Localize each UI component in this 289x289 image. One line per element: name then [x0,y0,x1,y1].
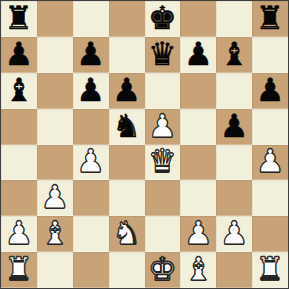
piece-black-king[interactable]: ♚ [148,2,177,34]
square-g3[interactable] [216,180,252,216]
piece-white-bishop[interactable]: ♝ [40,217,69,249]
piece-white-knight[interactable]: ♞ [112,217,141,249]
square-b7[interactable] [37,37,73,73]
chess-board: ♜♚♜♟♟♛♟♝♝♟♟♟♞♟♟♟♛♟♟♟♝♞♟♟♜♚♝♜ [0,0,289,289]
square-c8[interactable] [73,1,109,37]
square-a8[interactable]: ♜ [1,1,37,37]
piece-black-rook[interactable]: ♜ [5,2,34,34]
square-h4[interactable]: ♟ [252,145,288,181]
piece-black-pawn[interactable]: ♟ [5,38,34,70]
square-h6[interactable]: ♟ [252,73,288,109]
square-f4[interactable] [180,145,216,181]
square-d3[interactable] [109,180,145,216]
square-e2[interactable] [145,216,181,252]
square-b8[interactable] [37,1,73,37]
piece-white-rook[interactable]: ♜ [5,253,34,285]
square-e6[interactable] [145,73,181,109]
square-a7[interactable]: ♟ [1,37,37,73]
square-c4[interactable]: ♟ [73,145,109,181]
square-g2[interactable]: ♟ [216,216,252,252]
square-f6[interactable] [180,73,216,109]
square-d4[interactable] [109,145,145,181]
piece-black-pawn[interactable]: ♟ [184,38,213,70]
square-h7[interactable] [252,37,288,73]
square-e3[interactable] [145,180,181,216]
square-c1[interactable] [73,252,109,288]
square-e8[interactable]: ♚ [145,1,181,37]
square-d7[interactable] [109,37,145,73]
square-d5[interactable]: ♞ [109,109,145,145]
piece-white-pawn[interactable]: ♟ [76,145,105,177]
piece-black-rook[interactable]: ♜ [256,2,285,34]
square-g7[interactable]: ♝ [216,37,252,73]
square-b2[interactable]: ♝ [37,216,73,252]
piece-black-pawn[interactable]: ♟ [256,74,285,106]
square-b5[interactable] [37,109,73,145]
piece-white-pawn[interactable]: ♟ [5,217,34,249]
piece-black-pawn[interactable]: ♟ [76,74,105,106]
square-a2[interactable]: ♟ [1,216,37,252]
square-a4[interactable] [1,145,37,181]
piece-black-bishop[interactable]: ♝ [220,38,249,70]
square-d1[interactable] [109,252,145,288]
square-h5[interactable] [252,109,288,145]
square-b4[interactable] [37,145,73,181]
square-h2[interactable] [252,216,288,252]
square-d8[interactable] [109,1,145,37]
square-b1[interactable] [37,252,73,288]
piece-black-pawn[interactable]: ♟ [76,38,105,70]
square-e4[interactable]: ♛ [145,145,181,181]
square-d2[interactable]: ♞ [109,216,145,252]
square-g5[interactable]: ♟ [216,109,252,145]
piece-white-pawn[interactable]: ♟ [40,181,69,213]
square-c2[interactable] [73,216,109,252]
piece-white-pawn[interactable]: ♟ [184,217,213,249]
piece-black-pawn[interactable]: ♟ [220,110,249,142]
square-e1[interactable]: ♚ [145,252,181,288]
square-f7[interactable]: ♟ [180,37,216,73]
piece-white-pawn[interactable]: ♟ [148,110,177,142]
piece-white-pawn[interactable]: ♟ [256,145,285,177]
piece-white-rook[interactable]: ♜ [256,253,285,285]
square-a6[interactable]: ♝ [1,73,37,109]
piece-white-bishop[interactable]: ♝ [184,253,213,285]
square-g8[interactable] [216,1,252,37]
square-e5[interactable]: ♟ [145,109,181,145]
square-g1[interactable] [216,252,252,288]
square-a3[interactable] [1,180,37,216]
square-a1[interactable]: ♜ [1,252,37,288]
square-b6[interactable] [37,73,73,109]
square-c5[interactable] [73,109,109,145]
square-f3[interactable] [180,180,216,216]
piece-black-knight[interactable]: ♞ [112,110,141,142]
square-f5[interactable] [180,109,216,145]
piece-white-pawn[interactable]: ♟ [220,217,249,249]
square-b3[interactable]: ♟ [37,180,73,216]
piece-white-queen[interactable]: ♛ [148,145,177,177]
square-h3[interactable] [252,180,288,216]
square-a5[interactable] [1,109,37,145]
piece-black-pawn[interactable]: ♟ [112,74,141,106]
square-c7[interactable]: ♟ [73,37,109,73]
square-g4[interactable] [216,145,252,181]
square-f1[interactable]: ♝ [180,252,216,288]
piece-black-queen[interactable]: ♛ [148,38,177,70]
square-h8[interactable]: ♜ [252,1,288,37]
square-g6[interactable] [216,73,252,109]
square-d6[interactable]: ♟ [109,73,145,109]
square-f2[interactable]: ♟ [180,216,216,252]
piece-white-king[interactable]: ♚ [148,253,177,285]
square-e7[interactable]: ♛ [145,37,181,73]
square-c3[interactable] [73,180,109,216]
square-h1[interactable]: ♜ [252,252,288,288]
piece-black-bishop[interactable]: ♝ [5,74,34,106]
square-f8[interactable] [180,1,216,37]
square-c6[interactable]: ♟ [73,73,109,109]
